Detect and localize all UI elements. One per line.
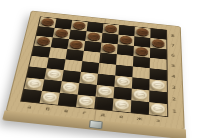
dark-piece[interactable]: ⛂ bbox=[41, 18, 55, 26]
dark-piece[interactable]: ⛂ bbox=[102, 43, 115, 52]
white-piece[interactable]: ⛀ bbox=[47, 69, 62, 79]
white-piece[interactable]: ⛀ bbox=[117, 76, 131, 86]
white-piece[interactable]: ⛀ bbox=[82, 73, 96, 83]
white-piece[interactable]: ⛀ bbox=[78, 96, 93, 107]
white-piece[interactable]: ⛀ bbox=[62, 82, 77, 92]
dark-piece[interactable]: ⛂ bbox=[73, 21, 86, 29]
clasp-latch-icon bbox=[89, 120, 103, 129]
checkers-board: ⛂⛂⛂⛂⛂⛂⛂⛂⛂⛂⛂⛂⛀⛀⛀⛀⛀⛀⛀⛀⛀⛀⛀⛀ абвгдежз 876543… bbox=[6, 11, 185, 131]
white-piece[interactable]: ⛀ bbox=[151, 103, 165, 114]
white-piece[interactable]: ⛀ bbox=[151, 80, 164, 90]
white-piece[interactable]: ⛀ bbox=[42, 92, 57, 103]
dark-piece[interactable]: ⛂ bbox=[87, 32, 100, 41]
white-piece[interactable]: ⛀ bbox=[133, 89, 147, 99]
white-piece[interactable]: ⛀ bbox=[98, 86, 112, 96]
white-piece[interactable]: ⛀ bbox=[27, 78, 42, 88]
dark-piece[interactable]: ⛂ bbox=[152, 39, 164, 48]
board-scene: ⛂⛂⛂⛂⛂⛂⛂⛂⛂⛂⛂⛂⛀⛀⛀⛀⛀⛀⛀⛀⛀⛀⛀⛀ абвгдежз 876543… bbox=[0, 0, 200, 138]
dark-piece[interactable]: ⛂ bbox=[55, 29, 69, 38]
dark-piece[interactable]: ⛂ bbox=[37, 36, 51, 45]
white-piece[interactable]: ⛀ bbox=[115, 99, 129, 110]
dark-piece[interactable]: ⛂ bbox=[70, 40, 84, 49]
rank-label: 1 bbox=[167, 104, 182, 118]
photo-canvas: ⛂⛂⛂⛂⛂⛂⛂⛂⛂⛂⛂⛂⛀⛀⛀⛀⛀⛀⛀⛀⛀⛀⛀⛀ абвгдежз 876543… bbox=[0, 0, 200, 138]
dark-piece[interactable]: ⛂ bbox=[105, 24, 118, 32]
dark-piece[interactable]: ⛂ bbox=[135, 47, 148, 56]
dark-piece[interactable]: ⛂ bbox=[120, 35, 133, 44]
board-grid: ⛂⛂⛂⛂⛂⛂⛂⛂⛂⛂⛂⛂⛀⛀⛀⛀⛀⛀⛀⛀⛀⛀⛀⛀ bbox=[21, 17, 167, 116]
dark-piece[interactable]: ⛂ bbox=[136, 28, 148, 36]
rank-labels: 87654321 bbox=[166, 30, 182, 118]
